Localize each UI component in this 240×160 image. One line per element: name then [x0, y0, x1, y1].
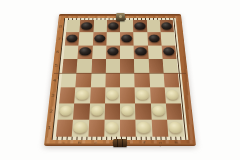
- folding-checkers-box: abcdefgh 87654321: [44, 14, 196, 146]
- white-checker[interactable]: [136, 90, 149, 100]
- white-checker[interactable]: [121, 106, 134, 116]
- board-square[interactable]: [62, 59, 77, 73]
- board-square[interactable]: [162, 59, 177, 73]
- file-label: b: [71, 140, 88, 146]
- board-square[interactable]: [133, 20, 147, 32]
- board-square[interactable]: [120, 59, 134, 73]
- board-square[interactable]: [66, 20, 80, 32]
- board-square[interactable]: [92, 32, 106, 45]
- board-square[interactable]: [134, 73, 149, 88]
- metal-clasp: [116, 13, 125, 21]
- board-square[interactable]: [148, 59, 163, 73]
- board-square[interactable]: [90, 88, 106, 104]
- white-checker[interactable]: [90, 106, 103, 116]
- black-checker[interactable]: [135, 47, 147, 55]
- metal-hinge: [113, 139, 127, 147]
- board-square[interactable]: [105, 73, 120, 88]
- file-label: f: [136, 140, 152, 146]
- board-square[interactable]: [134, 45, 148, 58]
- board-square[interactable]: [93, 20, 107, 32]
- fold-seam: [54, 73, 186, 74]
- board-square[interactable]: [147, 32, 161, 45]
- white-checker[interactable]: [152, 106, 165, 116]
- board-square[interactable]: [148, 45, 163, 58]
- board-square[interactable]: [120, 32, 134, 45]
- board-square[interactable]: [106, 32, 120, 45]
- board-square[interactable]: [56, 119, 73, 136]
- board-square[interactable]: [74, 88, 90, 104]
- white-checker[interactable]: [166, 90, 179, 100]
- board-square[interactable]: [92, 45, 106, 58]
- board-square[interactable]: [77, 59, 92, 73]
- wooden-frame: abcdefgh 87654321: [44, 14, 196, 146]
- board-square[interactable]: [76, 73, 92, 88]
- board-square[interactable]: [151, 119, 168, 136]
- board-square[interactable]: [73, 103, 89, 119]
- board-square[interactable]: [135, 88, 151, 104]
- file-label: c: [88, 140, 104, 146]
- board-square[interactable]: [106, 59, 120, 73]
- white-checker[interactable]: [59, 106, 72, 116]
- black-checker[interactable]: [107, 47, 119, 55]
- white-checker[interactable]: [106, 122, 119, 133]
- board-square[interactable]: [120, 73, 135, 88]
- board-square[interactable]: [104, 103, 120, 119]
- board-square[interactable]: [149, 73, 165, 88]
- board-square[interactable]: [161, 45, 176, 58]
- white-checker[interactable]: [76, 90, 89, 100]
- black-checker[interactable]: [94, 34, 105, 42]
- board-square[interactable]: [61, 73, 77, 88]
- board-square[interactable]: [120, 103, 136, 119]
- board-square[interactable]: [72, 119, 89, 136]
- board-square[interactable]: [89, 103, 105, 119]
- board-square[interactable]: [166, 103, 183, 119]
- board-square[interactable]: [120, 45, 134, 58]
- board-square[interactable]: [64, 45, 79, 58]
- board-square[interactable]: [164, 88, 180, 104]
- board-square[interactable]: [78, 45, 93, 58]
- board-square[interactable]: [160, 32, 175, 45]
- file-label: h: [168, 140, 185, 146]
- black-checker[interactable]: [163, 47, 175, 55]
- board-square[interactable]: [146, 20, 160, 32]
- board-square[interactable]: [167, 119, 184, 136]
- board-square[interactable]: [135, 103, 151, 119]
- black-checker[interactable]: [161, 22, 173, 30]
- board-square[interactable]: [120, 88, 135, 104]
- file-label: a: [55, 140, 72, 146]
- checkers-board: [56, 20, 184, 137]
- board-square[interactable]: [80, 20, 94, 32]
- board-square[interactable]: [136, 119, 152, 136]
- white-checker[interactable]: [137, 122, 150, 133]
- white-checker[interactable]: [168, 122, 182, 133]
- black-checker[interactable]: [79, 47, 91, 55]
- black-checker[interactable]: [148, 34, 160, 42]
- black-checker[interactable]: [66, 34, 78, 42]
- black-checker[interactable]: [81, 22, 92, 30]
- board-square[interactable]: [79, 32, 93, 45]
- board-square[interactable]: [105, 88, 120, 104]
- board-square[interactable]: [133, 32, 147, 45]
- board-square[interactable]: [163, 73, 179, 88]
- board-square[interactable]: [59, 88, 75, 104]
- black-checker[interactable]: [121, 34, 132, 42]
- white-checker[interactable]: [106, 90, 118, 100]
- board-square[interactable]: [65, 32, 80, 45]
- board-square[interactable]: [91, 59, 106, 73]
- board-square[interactable]: [58, 103, 75, 119]
- white-checker[interactable]: [74, 122, 88, 133]
- file-label: g: [152, 140, 169, 146]
- board-square[interactable]: [107, 20, 120, 32]
- board-square[interactable]: [90, 73, 105, 88]
- black-checker[interactable]: [108, 22, 119, 30]
- board-square[interactable]: [120, 119, 136, 136]
- product-photo-white-background: abcdefgh 87654321: [0, 0, 240, 160]
- board-square[interactable]: [88, 119, 104, 136]
- board-square[interactable]: [134, 59, 149, 73]
- board-square[interactable]: [104, 119, 120, 136]
- board-square[interactable]: [120, 20, 133, 32]
- board-square[interactable]: [160, 20, 174, 32]
- black-checker[interactable]: [134, 22, 145, 30]
- board-square[interactable]: [106, 45, 120, 58]
- board-square[interactable]: [150, 88, 166, 104]
- board-square[interactable]: [150, 103, 166, 119]
